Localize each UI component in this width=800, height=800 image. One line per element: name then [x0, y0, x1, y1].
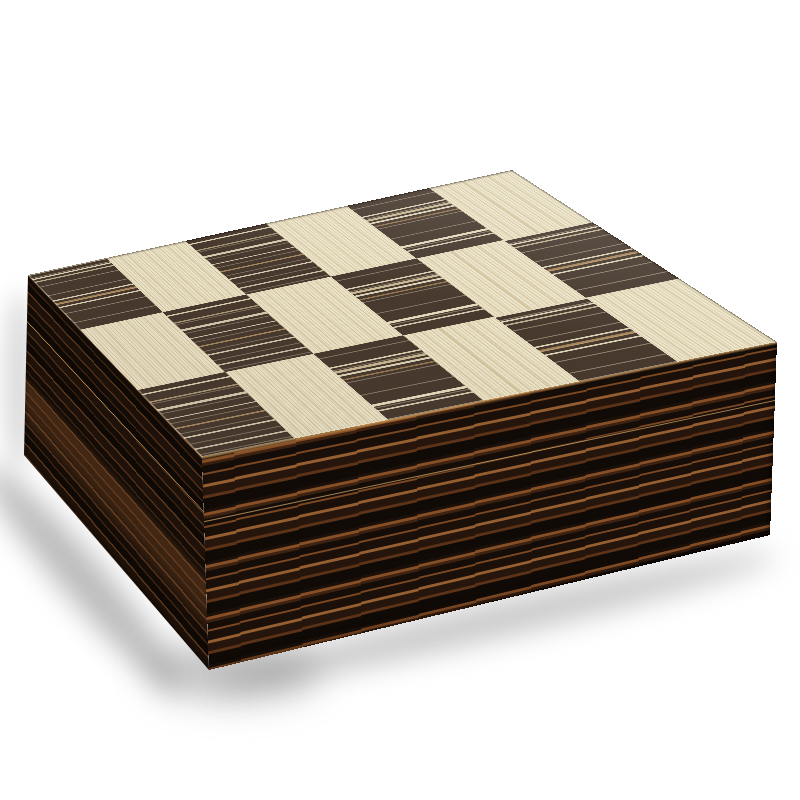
chess-box-photo: [0, 0, 800, 800]
